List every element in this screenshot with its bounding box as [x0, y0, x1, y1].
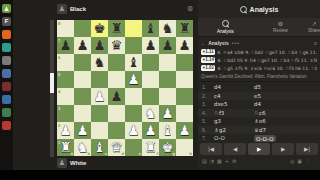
settings-icon[interactable]: ⚙ [232, 158, 236, 164]
chevron-down-icon[interactable]: ⌄ [201, 40, 205, 46]
move-number: 7. [202, 135, 214, 141]
player-bottom: ♟ White [57, 158, 86, 168]
move-list: 1.d4d52.c4e53.dxe5d44.♘f3♘c65.g3♗e66.♗g2… [198, 82, 320, 143]
app-icon-maroon[interactable] [2, 82, 11, 91]
move-row: 6.♗g2♕d7 [198, 126, 320, 135]
tab-share[interactable]: ↗Share [308, 18, 320, 36]
avatar[interactable]: ♟ [57, 4, 67, 14]
white-pawn[interactable]: ♟ [142, 122, 159, 139]
engine-line[interactable]: +1.118. ♕a4 ♔b8 9. ♘bd2 ♘ge7 10. ♘b3 ♘g6… [198, 48, 320, 56]
eval-bar-white-segment [50, 73, 54, 93]
square-g4[interactable] [159, 88, 176, 105]
panel-title: Analysis [250, 6, 279, 13]
square-d8[interactable]: ♜ [108, 20, 125, 37]
square-f3[interactable]: ♞ [142, 105, 159, 122]
white-pawn[interactable]: ♟ [57, 122, 74, 139]
square-a4[interactable]: 4 [57, 88, 74, 105]
app-icon-silver[interactable] [2, 56, 11, 65]
white-move[interactable]: c4 [214, 93, 254, 99]
magnifier-icon [222, 20, 229, 28]
black-move[interactable]: ♗e6 [254, 118, 306, 124]
engine-line-moves: 8. ♘g5 ♗f5 9. ♗xc6 ♕xc6 10. ♘f3 h6 11. ♘… [217, 66, 317, 71]
rank-label: 6 [58, 55, 60, 60]
square-h6[interactable] [176, 54, 193, 71]
move-number: 1. [202, 84, 214, 90]
black-move[interactable]: d4 [254, 101, 306, 107]
black-knight[interactable]: ♞ [91, 54, 108, 71]
square-f6[interactable] [142, 54, 159, 71]
square-d5[interactable] [108, 71, 125, 88]
white-knight[interactable]: ♞ [74, 139, 91, 156]
square-b1[interactable]: b♞ [74, 139, 91, 156]
app-icon-steel[interactable] [2, 95, 11, 104]
black-knight[interactable]: ♞ [159, 20, 176, 37]
square-g7[interactable]: ♟ [159, 37, 176, 54]
chess-board[interactable]: 8♚♜♝♞♜7♟♟♟♛♟♟♟6♞♝5♟4♟♟3♞♟2♟♟♟♟♝♟1a♜b♞c♝d… [57, 20, 193, 156]
square-b6[interactable] [74, 54, 91, 71]
gear-icon: ⚙ [278, 21, 283, 27]
square-h7[interactable]: ♟ [176, 37, 193, 54]
white-move[interactable]: O-O [214, 135, 254, 141]
square-c8[interactable]: ♚ [91, 20, 108, 37]
move-row: 3.dxe5d4 [198, 100, 320, 109]
square-g2[interactable]: ♝ [159, 122, 176, 139]
square-g1[interactable]: g♚ [159, 139, 176, 156]
next-move-button[interactable]: ▶ [272, 143, 294, 155]
square-h4[interactable] [176, 88, 193, 105]
square-d3[interactable] [108, 105, 125, 122]
square-c4[interactable]: ♟ [91, 88, 108, 105]
square-b8[interactable] [74, 20, 91, 37]
white-queen[interactable]: ♛ [108, 139, 125, 156]
square-a1[interactable]: 1a♜ [57, 139, 74, 156]
player-name-white: White [70, 160, 86, 166]
taskbar: ♟F [0, 0, 13, 170]
square-e7[interactable] [125, 37, 142, 54]
square-b7[interactable]: ♟ [74, 37, 91, 54]
square-a5[interactable]: 5 [57, 71, 74, 88]
move-row: 2.c4e5 [198, 92, 320, 101]
black-bishop[interactable]: ♝ [125, 54, 142, 71]
white-pawn[interactable]: ♟ [125, 71, 142, 88]
engine-line-moves: 8. ♘bd2 h5 9. h4 ♘ge7 10. ♘b3 ♘f5 11. ♗f… [217, 58, 317, 63]
move-number: 3. [202, 101, 214, 107]
rank-label: 8 [58, 21, 60, 26]
panel-toolbar: ▤◔▦+⚙ ◎▣⋮ [198, 158, 320, 164]
square-e4[interactable] [125, 88, 142, 105]
layout-icon[interactable]: ▤ [202, 158, 207, 164]
eval-bar [50, 20, 54, 157]
white-bishop[interactable]: ♝ [159, 122, 176, 139]
square-a8[interactable]: 8 [57, 20, 74, 37]
square-d4[interactable]: ♟ [108, 88, 125, 105]
move-number: 5. [202, 118, 214, 124]
file-label: h [190, 151, 192, 156]
square-e8[interactable] [125, 20, 142, 37]
square-a3[interactable]: 3 [57, 105, 74, 122]
rank-label: 4 [58, 89, 60, 94]
move-number: 4. [202, 110, 214, 116]
app-icon-green[interactable] [2, 108, 11, 117]
black-move[interactable]: d5 [254, 84, 306, 90]
black-move[interactable]: ♕d7 [254, 127, 306, 133]
black-pawn[interactable]: ♟ [57, 37, 74, 54]
white-move[interactable]: d4 [214, 84, 254, 90]
flip-icon[interactable]: ▣ [297, 158, 302, 164]
previous-move-button[interactable]: ◀ [224, 143, 246, 155]
white-pawn[interactable]: ♟ [159, 105, 176, 122]
white-pawn[interactable]: ♟ [74, 122, 91, 139]
square-b2[interactable]: ♟ [74, 122, 91, 139]
square-g3[interactable]: ♟ [159, 105, 176, 122]
square-h3[interactable] [176, 105, 193, 122]
clock-icon[interactable]: ◔ [210, 158, 214, 164]
square-e3[interactable] [125, 105, 142, 122]
white-bishop[interactable]: ♝ [91, 139, 108, 156]
black-pawn[interactable]: ♟ [108, 88, 125, 105]
white-king[interactable]: ♚ [159, 139, 176, 156]
black-pawn[interactable]: ♟ [159, 37, 176, 54]
engine-line-moves: 8. ♕a4 ♔b8 9. ♘bd2 ♘ge7 10. ♘b3 ♘g6 11. … [217, 50, 317, 55]
square-h2[interactable]: ♟ [176, 122, 193, 139]
eval-badge: +1.01 [201, 65, 215, 71]
black-rook[interactable]: ♜ [176, 20, 193, 37]
tab-label: Review [273, 28, 288, 33]
engine-lines: +1.118. ♕a4 ♔b8 9. ♘bd2 ♘ge7 10. ♘b3 ♘g6… [198, 47, 320, 73]
square-f7[interactable]: ♟ [142, 37, 159, 54]
white-move[interactable]: g3 [214, 118, 254, 124]
engine-settings-icon[interactable]: ≡ [314, 40, 317, 46]
square-d7[interactable]: ♛ [108, 37, 125, 54]
black-rook[interactable]: ♜ [108, 20, 125, 37]
eval-badge: +1.11 [201, 49, 215, 55]
black-king[interactable]: ♚ [91, 20, 108, 37]
move-row: 7.O-OO-O-O [198, 134, 320, 143]
square-g6[interactable] [159, 54, 176, 71]
square-d6[interactable] [108, 54, 125, 71]
square-h1[interactable]: h [176, 139, 193, 156]
square-d2[interactable] [108, 122, 125, 139]
black-pawn[interactable]: ♟ [74, 37, 91, 54]
square-c5[interactable] [91, 71, 108, 88]
board-icon[interactable]: ▦ [217, 158, 222, 164]
square-c7[interactable]: ♟ [91, 37, 108, 54]
square-b3[interactable] [74, 105, 91, 122]
black-move[interactable]: e5 [254, 93, 306, 99]
add-icon[interactable]: + [225, 158, 229, 164]
share-icon: ↗ [311, 21, 316, 27]
move-navigation: |◀◀▶▶▶| [198, 143, 320, 155]
tab-label: Share [308, 28, 320, 33]
white-pawn[interactable]: ♟ [125, 122, 142, 139]
square-f1[interactable]: f♜ [142, 139, 159, 156]
square-h5[interactable] [176, 71, 193, 88]
square-c2[interactable] [91, 122, 108, 139]
square-e2[interactable]: ♟ [125, 122, 142, 139]
square-g5[interactable] [159, 71, 176, 88]
white-pawn[interactable]: ♟ [176, 122, 193, 139]
last-move-button[interactable]: ▶| [296, 143, 318, 155]
square-f2[interactable]: ♟ [142, 122, 159, 139]
square-a7[interactable]: 7♟ [57, 37, 74, 54]
square-f8[interactable]: ♝ [142, 20, 159, 37]
black-bishop[interactable]: ♝ [142, 20, 159, 37]
square-a6[interactable]: 6 [57, 54, 74, 71]
chess-app-icon[interactable]: ♟ [2, 4, 11, 13]
square-f5[interactable] [142, 71, 159, 88]
black-move[interactable]: ♘c6 [254, 110, 306, 116]
magnifier-icon [240, 6, 247, 13]
white-rook[interactable]: ♜ [57, 139, 74, 156]
firefox-icon[interactable] [2, 30, 11, 39]
square-c3[interactable] [91, 105, 108, 122]
white-rook[interactable]: ♜ [142, 139, 159, 156]
move-number: 2. [202, 93, 214, 99]
rank-label: 5 [58, 72, 60, 77]
search-icon[interactable]: ◎ [290, 158, 294, 164]
square-a2[interactable]: 2♟ [57, 122, 74, 139]
letterbox-bar [0, 170, 320, 180]
engine-menu-dots[interactable]: ••• [232, 40, 240, 46]
rank-label: 3 [58, 106, 60, 111]
move-row: 4.♘f3♘c6 [198, 109, 320, 118]
black-pawn[interactable]: ♟ [91, 37, 108, 54]
app-icon-red[interactable] [2, 121, 11, 130]
square-g8[interactable]: ♞ [159, 20, 176, 37]
panel-tabs: Analysis⚙Review↗Share [198, 18, 320, 37]
square-e1[interactable]: e [125, 139, 142, 156]
app-icon-teal[interactable] [2, 43, 11, 52]
white-move[interactable]: ♗g2 [214, 127, 254, 133]
engine-title: Analysis [208, 40, 229, 46]
toolbar-left-icons: ▤◔▦+⚙ [202, 158, 240, 164]
black-move[interactable]: O-O-O [254, 135, 306, 141]
first-move-button[interactable]: |◀ [200, 143, 222, 155]
move-row: 1.d4d5 [198, 83, 320, 92]
player-name-black: Black [70, 6, 86, 12]
square-c6[interactable]: ♞ [91, 54, 108, 71]
black-pawn[interactable]: ♟ [142, 37, 159, 54]
tab-review[interactable]: ⚙Review [253, 18, 308, 36]
square-d1[interactable]: d♛ [108, 139, 125, 156]
play-button[interactable]: ▶ [248, 143, 270, 155]
engine-line[interactable]: +1.148. ♘bd2 h5 9. h4 ♘ge7 10. ♘b3 ♘f5 1… [198, 56, 320, 64]
square-b5[interactable] [74, 71, 91, 88]
engine-line[interactable]: +1.018. ♘g5 ♗f5 9. ♗xc6 ♕xc6 10. ♘f3 h6 … [198, 64, 320, 72]
square-f4[interactable] [142, 88, 159, 105]
toolbar-right-icons: ◎▣⋮ [290, 158, 313, 164]
square-e6[interactable]: ♝ [125, 54, 142, 71]
opening-name: Queen's Gambit Declined: Albin, Fianchet… [198, 73, 320, 82]
avatar[interactable]: ♟ [57, 158, 67, 168]
tab-label: Analysis [217, 29, 234, 34]
app-screen: ♟F ♟ Black 8♚♜♝♞♜7♟♟♟♛♟♟♟6♞♝5♟4♟♟3♞♟2♟♟♟… [0, 0, 320, 180]
white-knight[interactable]: ♞ [142, 105, 159, 122]
black-pawn[interactable]: ♟ [176, 37, 193, 54]
move-row: 5.g3♗e6 [198, 117, 320, 126]
panel-header: Analysis [198, 0, 320, 18]
square-e5[interactable]: ♟ [125, 71, 142, 88]
eval-badge: +1.14 [201, 57, 215, 63]
tab-analysis[interactable]: Analysis [198, 18, 253, 36]
app-icon-blue[interactable] [2, 69, 11, 78]
board-settings-gear-icon[interactable]: ⚙ [187, 5, 193, 13]
square-b4[interactable] [74, 88, 91, 105]
file-label: e [139, 151, 141, 156]
more-icon[interactable]: ⋮ [305, 158, 310, 164]
app-icon-gray[interactable]: F [2, 17, 11, 26]
black-queen[interactable]: ♛ [108, 37, 125, 54]
white-move[interactable]: dxe5 [214, 101, 254, 107]
player-top: ♟ Black [57, 4, 86, 14]
white-pawn[interactable]: ♟ [91, 88, 108, 105]
square-c1[interactable]: c♝ [91, 139, 108, 156]
move-number: 6. [202, 127, 214, 133]
white-move[interactable]: ♘f3 [214, 110, 254, 116]
square-h8[interactable]: ♜ [176, 20, 193, 37]
engine-header[interactable]: ⌄ Analysis ••• ≡ [198, 37, 320, 47]
